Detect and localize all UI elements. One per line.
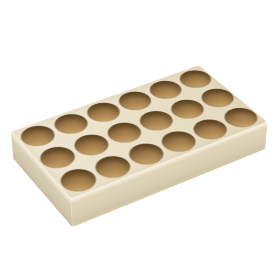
- mancala-board: [13, 91, 265, 227]
- product-photo: [0, 0, 280, 280]
